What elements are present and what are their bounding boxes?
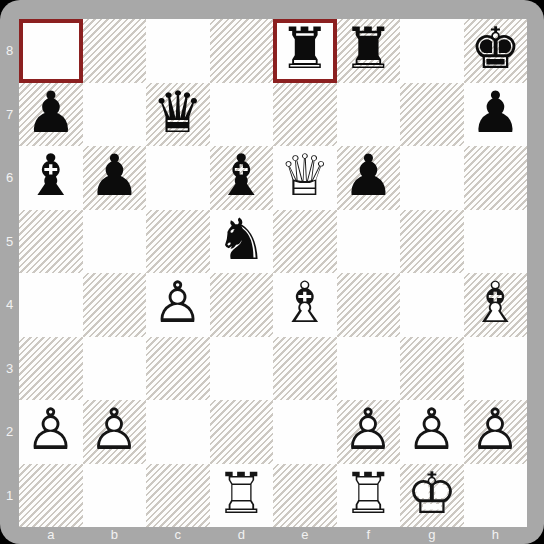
square-g6[interactable] xyxy=(400,146,464,210)
square-g2[interactable]: ♟♙ xyxy=(400,400,464,464)
chess-board: ♜♜♚♟♛♟♝♟♝♛♕♟♞♟♙♝♗♝♗♟♙♟♙♟♙♟♙♟♙♜♖♜♖♚♔ xyxy=(19,19,527,527)
square-f7[interactable] xyxy=(337,83,401,147)
black-piece-glyph: ♟ xyxy=(470,81,521,145)
file-label-d: d xyxy=(210,527,274,544)
square-b1[interactable] xyxy=(83,464,147,528)
white-piece-outline: ♗ xyxy=(470,271,521,335)
square-c7[interactable]: ♛ xyxy=(146,83,210,147)
square-f1[interactable]: ♜♖ xyxy=(337,464,401,528)
rank-label-3: 3 xyxy=(0,337,19,401)
square-b4[interactable] xyxy=(83,273,147,337)
white-piece-outline: ♔ xyxy=(406,462,457,526)
piece-white-pawn-a2[interactable]: ♟♙ xyxy=(19,400,83,464)
square-e1[interactable] xyxy=(273,464,337,528)
square-d5[interactable]: ♞ xyxy=(210,210,274,274)
rank-label-1: 1 xyxy=(0,464,19,528)
square-a3[interactable] xyxy=(19,337,83,401)
rank-label-8: 8 xyxy=(0,19,19,83)
square-g7[interactable] xyxy=(400,83,464,147)
rank-label-4: 4 xyxy=(0,273,19,337)
square-e2[interactable] xyxy=(273,400,337,464)
piece-black-bishop-a6[interactable]: ♝ xyxy=(19,146,83,210)
file-label-h: h xyxy=(464,527,528,544)
piece-black-knight-d5[interactable]: ♞ xyxy=(210,210,274,274)
square-e6[interactable]: ♛♕ xyxy=(273,146,337,210)
square-c8[interactable] xyxy=(146,19,210,83)
square-c4[interactable]: ♟♙ xyxy=(146,273,210,337)
piece-white-rook-f1[interactable]: ♜♖ xyxy=(337,464,401,528)
rank-label-2: 2 xyxy=(0,400,19,464)
square-h6[interactable] xyxy=(464,146,528,210)
piece-black-king-h8[interactable]: ♚ xyxy=(464,19,528,83)
square-h5[interactable] xyxy=(464,210,528,274)
piece-black-rook-e8[interactable]: ♜ xyxy=(273,19,337,83)
square-f8[interactable]: ♜ xyxy=(337,19,401,83)
piece-black-queen-c7[interactable]: ♛ xyxy=(146,83,210,147)
screen: 87654321 abcdefgh ♜♜♚♟♛♟♝♟♝♛♕♟♞♟♙♝♗♝♗♟♙♟… xyxy=(0,0,544,544)
square-h4[interactable]: ♝♗ xyxy=(464,273,528,337)
square-g1[interactable]: ♚♔ xyxy=(400,464,464,528)
square-d6[interactable]: ♝ xyxy=(210,146,274,210)
piece-white-pawn-b2[interactable]: ♟♙ xyxy=(83,400,147,464)
square-d4[interactable] xyxy=(210,273,274,337)
piece-black-pawn-a7[interactable]: ♟ xyxy=(19,83,83,147)
piece-black-bishop-d6[interactable]: ♝ xyxy=(210,146,274,210)
square-h7[interactable]: ♟ xyxy=(464,83,528,147)
square-d3[interactable] xyxy=(210,337,274,401)
file-label-c: c xyxy=(146,527,210,544)
piece-white-bishop-e4[interactable]: ♝♗ xyxy=(273,273,337,337)
square-f4[interactable] xyxy=(337,273,401,337)
piece-black-pawn-h7[interactable]: ♟ xyxy=(464,83,528,147)
black-piece-glyph: ♚ xyxy=(470,17,521,81)
square-a8[interactable] xyxy=(19,19,83,83)
black-piece-glyph: ♞ xyxy=(216,208,267,272)
black-piece-glyph: ♛ xyxy=(152,81,203,145)
file-label-b: b xyxy=(83,527,147,544)
square-h2[interactable]: ♟♙ xyxy=(464,400,528,464)
square-a4[interactable] xyxy=(19,273,83,337)
square-h8[interactable]: ♚ xyxy=(464,19,528,83)
file-label-a: a xyxy=(19,527,83,544)
piece-white-queen-e6[interactable]: ♛♕ xyxy=(273,146,337,210)
piece-black-pawn-b6[interactable]: ♟ xyxy=(83,146,147,210)
white-piece-outline: ♙ xyxy=(406,398,457,462)
file-label-g: g xyxy=(400,527,464,544)
black-piece-glyph: ♝ xyxy=(25,144,76,208)
square-f3[interactable] xyxy=(337,337,401,401)
black-piece-glyph: ♜ xyxy=(343,17,394,81)
piece-white-rook-d1[interactable]: ♜♖ xyxy=(210,464,274,528)
square-a5[interactable] xyxy=(19,210,83,274)
square-a6[interactable]: ♝ xyxy=(19,146,83,210)
file-labels: abcdefgh xyxy=(19,527,527,544)
square-d8[interactable] xyxy=(210,19,274,83)
square-e8[interactable]: ♜ xyxy=(273,19,337,83)
white-piece-outline: ♙ xyxy=(152,271,203,335)
black-piece-glyph: ♟ xyxy=(343,144,394,208)
black-piece-glyph: ♟ xyxy=(89,144,140,208)
square-b6[interactable]: ♟ xyxy=(83,146,147,210)
rank-labels: 87654321 xyxy=(0,19,19,527)
black-piece-glyph: ♜ xyxy=(279,17,330,81)
black-piece-glyph: ♟ xyxy=(25,81,76,145)
file-label-f: f xyxy=(337,527,401,544)
square-e5[interactable] xyxy=(273,210,337,274)
square-e4[interactable]: ♝♗ xyxy=(273,273,337,337)
white-piece-outline: ♙ xyxy=(25,398,76,462)
square-f6[interactable]: ♟ xyxy=(337,146,401,210)
square-b3[interactable] xyxy=(83,337,147,401)
square-e7[interactable] xyxy=(273,83,337,147)
square-d7[interactable] xyxy=(210,83,274,147)
square-a1[interactable] xyxy=(19,464,83,528)
square-c1[interactable] xyxy=(146,464,210,528)
white-piece-outline: ♖ xyxy=(343,462,394,526)
square-h3[interactable] xyxy=(464,337,528,401)
piece-white-pawn-c4[interactable]: ♟♙ xyxy=(146,273,210,337)
file-label-e: e xyxy=(273,527,337,544)
square-h1[interactable] xyxy=(464,464,528,528)
square-g3[interactable] xyxy=(400,337,464,401)
rank-label-7: 7 xyxy=(0,83,19,147)
square-b8[interactable] xyxy=(83,19,147,83)
square-b2[interactable]: ♟♙ xyxy=(83,400,147,464)
white-piece-outline: ♗ xyxy=(279,271,330,335)
white-piece-outline: ♖ xyxy=(216,462,267,526)
piece-black-pawn-f6[interactable]: ♟ xyxy=(337,146,401,210)
square-c5[interactable] xyxy=(146,210,210,274)
black-piece-glyph: ♝ xyxy=(216,144,267,208)
square-e3[interactable] xyxy=(273,337,337,401)
square-c3[interactable] xyxy=(146,337,210,401)
piece-white-bishop-h4[interactable]: ♝♗ xyxy=(464,273,528,337)
square-b5[interactable] xyxy=(83,210,147,274)
square-f5[interactable] xyxy=(337,210,401,274)
piece-black-rook-f8[interactable]: ♜ xyxy=(337,19,401,83)
square-b7[interactable] xyxy=(83,83,147,147)
white-piece-outline: ♙ xyxy=(89,398,140,462)
square-a7[interactable]: ♟ xyxy=(19,83,83,147)
white-piece-outline: ♕ xyxy=(279,144,330,208)
white-piece-outline: ♙ xyxy=(470,398,521,462)
white-piece-outline: ♙ xyxy=(343,398,394,462)
square-c6[interactable] xyxy=(146,146,210,210)
rank-label-5: 5 xyxy=(0,210,19,274)
square-g8[interactable] xyxy=(400,19,464,83)
piece-white-pawn-h2[interactable]: ♟♙ xyxy=(464,400,528,464)
square-f2[interactable]: ♟♙ xyxy=(337,400,401,464)
piece-white-king-g1[interactable]: ♚♔ xyxy=(400,464,464,528)
rank-label-6: 6 xyxy=(0,146,19,210)
square-d2[interactable] xyxy=(210,400,274,464)
square-c2[interactable] xyxy=(146,400,210,464)
piece-white-pawn-f2[interactable]: ♟♙ xyxy=(337,400,401,464)
square-g4[interactable] xyxy=(400,273,464,337)
square-g5[interactable] xyxy=(400,210,464,274)
piece-white-pawn-g2[interactable]: ♟♙ xyxy=(400,400,464,464)
square-d1[interactable]: ♜♖ xyxy=(210,464,274,528)
square-a2[interactable]: ♟♙ xyxy=(19,400,83,464)
